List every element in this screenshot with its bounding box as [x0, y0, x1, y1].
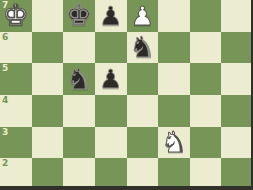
square-a4[interactable]: 4 — [0, 95, 32, 127]
square-c6[interactable] — [63, 32, 95, 64]
square-b5[interactable] — [32, 63, 64, 95]
square-g7[interactable] — [190, 0, 222, 32]
board-edge-right — [251, 0, 253, 190]
rank-label-2: 2 — [2, 158, 8, 169]
square-d4[interactable] — [95, 95, 127, 127]
square-c7[interactable]: ♚ — [63, 0, 95, 32]
square-e7[interactable]: ♟ — [127, 0, 159, 32]
rank-label-5: 5 — [2, 63, 8, 74]
square-c3[interactable] — [63, 127, 95, 159]
square-c4[interactable] — [63, 95, 95, 127]
rank-label-4: 4 — [2, 95, 8, 106]
square-f3[interactable]: ♞ — [158, 127, 190, 159]
square-a6[interactable]: 6 — [0, 32, 32, 64]
square-e3[interactable] — [127, 127, 159, 159]
rank-label-6: 6 — [2, 32, 8, 43]
square-f4[interactable] — [158, 95, 190, 127]
chess-app-screen: 7♚♚♟♟6♞5♞♟43♞2 — [0, 0, 253, 190]
square-h4[interactable] — [221, 95, 253, 127]
square-b4[interactable] — [32, 95, 64, 127]
square-e4[interactable] — [127, 95, 159, 127]
square-f6[interactable] — [158, 32, 190, 64]
chess-board: 7♚♚♟♟6♞5♞♟43♞2 — [0, 0, 253, 190]
square-h7[interactable] — [221, 0, 253, 32]
square-d7[interactable]: ♟ — [95, 0, 127, 32]
piece-black-pawn-d5[interactable]: ♟ — [95, 63, 127, 95]
square-f5[interactable] — [158, 63, 190, 95]
piece-white-knight-f3[interactable]: ♞ — [158, 127, 190, 159]
piece-black-knight-c5[interactable]: ♞ — [63, 63, 95, 95]
rank-label-3: 3 — [2, 127, 8, 138]
square-b7[interactable] — [32, 0, 64, 32]
piece-black-king-c7[interactable]: ♚ — [63, 0, 95, 32]
square-d6[interactable] — [95, 32, 127, 64]
square-h3[interactable] — [221, 127, 253, 159]
square-g3[interactable] — [190, 127, 222, 159]
piece-black-pawn-d7[interactable]: ♟ — [95, 0, 127, 32]
square-h5[interactable] — [221, 63, 253, 95]
square-g6[interactable] — [190, 32, 222, 64]
square-g5[interactable] — [190, 63, 222, 95]
square-d5[interactable]: ♟ — [95, 63, 127, 95]
square-d3[interactable] — [95, 127, 127, 159]
square-e6[interactable]: ♞ — [127, 32, 159, 64]
square-a3[interactable]: 3 — [0, 127, 32, 159]
square-b3[interactable] — [32, 127, 64, 159]
square-g4[interactable] — [190, 95, 222, 127]
square-f7[interactable] — [158, 0, 190, 32]
piece-white-pawn-e7[interactable]: ♟ — [127, 0, 159, 32]
square-c5[interactable]: ♞ — [63, 63, 95, 95]
piece-white-king-a7[interactable]: ♚ — [0, 0, 32, 32]
square-h6[interactable] — [221, 32, 253, 64]
square-a5[interactable]: 5 — [0, 63, 32, 95]
board-edge-bottom — [0, 186, 253, 190]
piece-black-knight-e6[interactable]: ♞ — [127, 32, 159, 64]
square-b6[interactable] — [32, 32, 64, 64]
square-a7[interactable]: 7♚ — [0, 0, 32, 32]
square-e5[interactable] — [127, 63, 159, 95]
